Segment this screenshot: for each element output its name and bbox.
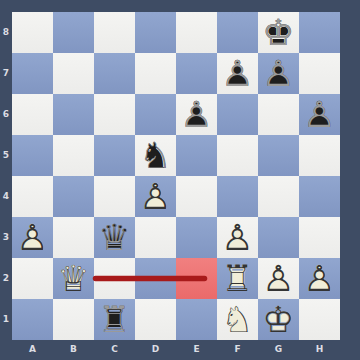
piece-glyph-outline: ♙ [299,258,340,299]
square-b5[interactable] [53,135,94,176]
square-b2[interactable]: ♛♕ [53,258,94,299]
square-b3[interactable] [53,217,94,258]
square-h3[interactable] [299,217,340,258]
piece-bp-e6[interactable]: ♟♙ [176,94,217,135]
square-d4[interactable]: ♟♙ [135,176,176,217]
piece-glyph-outline: ♘ [135,135,176,176]
piece-bp-g7[interactable]: ♟♙ [258,53,299,94]
piece-glyph-outline: ♕ [94,217,135,258]
piece-wp-a3[interactable]: ♟♙ [12,217,53,258]
piece-bp-f7[interactable]: ♟♙ [217,53,258,94]
square-g4[interactable] [258,176,299,217]
square-e3[interactable] [176,217,217,258]
square-f1[interactable]: ♞♘ [217,299,258,340]
square-c1[interactable]: ♜♖ [94,299,135,340]
file-label-e: E [176,340,217,360]
file-label-g: G [258,340,299,360]
square-h5[interactable] [299,135,340,176]
rank-label-4: 4 [0,176,12,217]
square-b6[interactable] [53,94,94,135]
piece-glyph-outline: ♖ [94,299,135,340]
piece-wr-f2[interactable]: ♜♖ [217,258,258,299]
square-e1[interactable] [176,299,217,340]
square-f4[interactable] [217,176,258,217]
rank-label-7: 7 [0,53,12,94]
square-f3[interactable]: ♟♙ [217,217,258,258]
rank-label-2: 2 [0,258,12,299]
piece-wk-g1[interactable]: ♚♔ [258,299,299,340]
square-h8[interactable] [299,12,340,53]
piece-wq-b2[interactable]: ♛♕ [53,258,94,299]
square-h6[interactable]: ♟♙ [299,94,340,135]
square-g8[interactable]: ♚♔ [258,12,299,53]
square-c8[interactable] [94,12,135,53]
piece-glyph-outline: ♙ [258,53,299,94]
square-b4[interactable] [53,176,94,217]
square-e4[interactable] [176,176,217,217]
square-b1[interactable] [53,299,94,340]
square-b7[interactable] [53,53,94,94]
chess-board: ♚♔♟♙♟♙♟♙♟♙♞♘♟♙♟♙♛♕♟♙♛♕♜♖♟♙♟♙♜♖♞♘♚♔ [12,12,340,340]
file-label-f: F [217,340,258,360]
square-g7[interactable]: ♟♙ [258,53,299,94]
square-d6[interactable] [135,94,176,135]
square-g5[interactable] [258,135,299,176]
square-g6[interactable] [258,94,299,135]
square-h7[interactable] [299,53,340,94]
piece-wp-h2[interactable]: ♟♙ [299,258,340,299]
piece-glyph-outline: ♘ [217,299,258,340]
rank-label-5: 5 [0,135,12,176]
square-f6[interactable] [217,94,258,135]
square-c3[interactable]: ♛♕ [94,217,135,258]
piece-glyph-outline: ♙ [299,94,340,135]
chess-board-frame: ♚♔♟♙♟♙♟♙♟♙♞♘♟♙♟♙♛♕♟♙♛♕♜♖♟♙♟♙♜♖♞♘♚♔ 87654… [0,0,360,360]
square-g3[interactable] [258,217,299,258]
square-e6[interactable]: ♟♙ [176,94,217,135]
square-g2[interactable]: ♟♙ [258,258,299,299]
square-g1[interactable]: ♚♔ [258,299,299,340]
square-f8[interactable] [217,12,258,53]
square-d1[interactable] [135,299,176,340]
piece-glyph-outline: ♔ [258,299,299,340]
square-d7[interactable] [135,53,176,94]
square-a3[interactable]: ♟♙ [12,217,53,258]
piece-glyph-outline: ♙ [176,94,217,135]
piece-bk-g8[interactable]: ♚♔ [258,12,299,53]
square-e8[interactable] [176,12,217,53]
square-h2[interactable]: ♟♙ [299,258,340,299]
rank-label-3: 3 [0,217,12,258]
square-a8[interactable] [12,12,53,53]
square-a4[interactable] [12,176,53,217]
square-d5[interactable]: ♞♘ [135,135,176,176]
square-f5[interactable] [217,135,258,176]
file-label-a: A [12,340,53,360]
file-label-c: C [94,340,135,360]
piece-wp-f3[interactable]: ♟♙ [217,217,258,258]
piece-glyph-outline: ♖ [217,258,258,299]
square-a5[interactable] [12,135,53,176]
piece-wp-d4[interactable]: ♟♙ [135,176,176,217]
piece-glyph-outline: ♔ [258,12,299,53]
piece-wn-f1[interactable]: ♞♘ [217,299,258,340]
piece-glyph-outline: ♙ [217,217,258,258]
square-e5[interactable] [176,135,217,176]
file-label-h: H [299,340,340,360]
rank-label-8: 8 [0,12,12,53]
rank-label-1: 1 [0,299,12,340]
piece-glyph-outline: ♙ [12,217,53,258]
square-f7[interactable]: ♟♙ [217,53,258,94]
piece-glyph-outline: ♕ [53,258,94,299]
square-e2[interactable] [176,258,217,299]
square-c4[interactable] [94,176,135,217]
square-d2[interactable] [135,258,176,299]
piece-glyph-outline: ♙ [135,176,176,217]
piece-bq-c3[interactable]: ♛♕ [94,217,135,258]
square-d8[interactable] [135,12,176,53]
square-c7[interactable] [94,53,135,94]
square-c6[interactable] [94,94,135,135]
square-a1[interactable] [12,299,53,340]
square-a7[interactable] [12,53,53,94]
piece-bp-h6[interactable]: ♟♙ [299,94,340,135]
rank-label-6: 6 [0,94,12,135]
piece-wp-g2[interactable]: ♟♙ [258,258,299,299]
square-b8[interactable] [53,12,94,53]
square-h1[interactable] [299,299,340,340]
piece-br-c1[interactable]: ♜♖ [94,299,135,340]
square-h4[interactable] [299,176,340,217]
file-label-b: B [53,340,94,360]
piece-glyph-outline: ♙ [217,53,258,94]
square-c5[interactable] [94,135,135,176]
square-a6[interactable] [12,94,53,135]
file-label-d: D [135,340,176,360]
square-c2[interactable] [94,258,135,299]
piece-bn-d5[interactable]: ♞♘ [135,135,176,176]
piece-glyph-outline: ♙ [258,258,299,299]
square-a2[interactable] [12,258,53,299]
square-d3[interactable] [135,217,176,258]
square-e7[interactable] [176,53,217,94]
square-f2[interactable]: ♜♖ [217,258,258,299]
